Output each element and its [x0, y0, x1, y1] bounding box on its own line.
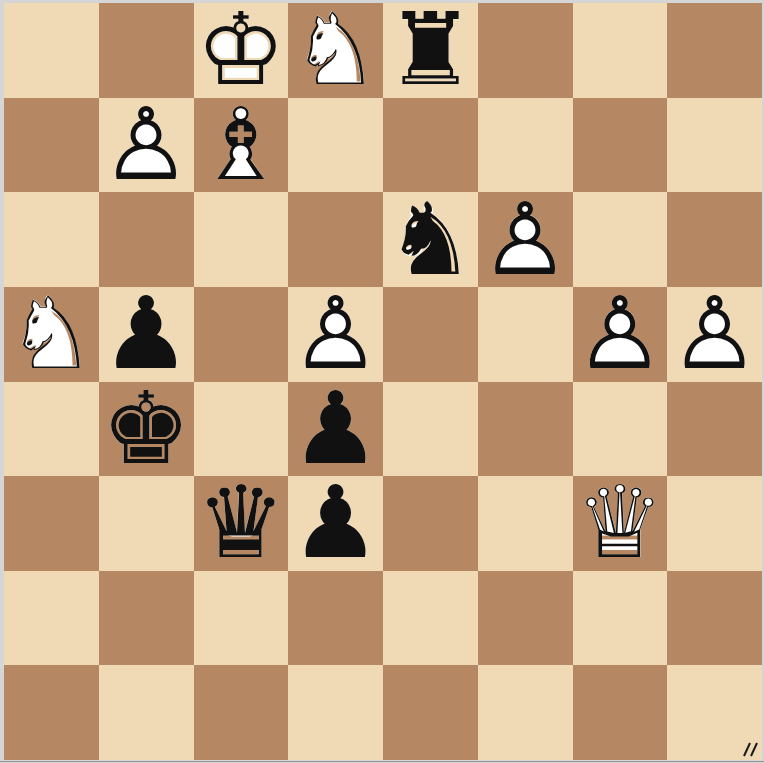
square-a3[interactable] — [4, 476, 99, 571]
square-g8[interactable] — [573, 3, 668, 98]
square-d1[interactable] — [288, 665, 383, 760]
black-rook[interactable]: ♖♜ — [383, 3, 478, 98]
square-f8[interactable] — [478, 3, 573, 98]
square-h4[interactable] — [667, 382, 762, 477]
black-knight[interactable]: ♘♞ — [383, 192, 478, 287]
black-pawn[interactable]: ♙♟ — [99, 287, 194, 382]
square-c3[interactable]: ♕♛ — [194, 476, 289, 571]
white-queen[interactable]: ♛♕ — [573, 476, 668, 571]
square-g1[interactable] — [573, 665, 668, 760]
piece-glyph-outline: ♟ — [288, 476, 383, 571]
piece-glyph-fill: ♙ — [99, 287, 194, 382]
white-pawn[interactable]: ♟♙ — [667, 287, 762, 382]
piece-glyph-fill: ♞ — [288, 3, 383, 98]
square-f1[interactable] — [478, 665, 573, 760]
piece-glyph-outline: ♔ — [194, 3, 289, 98]
piece-glyph-fill: ♙ — [288, 382, 383, 477]
piece-glyph-fill: ♟ — [573, 287, 668, 382]
square-b8[interactable] — [99, 3, 194, 98]
square-b2[interactable] — [99, 571, 194, 666]
piece-glyph-fill: ♚ — [194, 3, 289, 98]
piece-glyph-outline: ♘ — [4, 287, 99, 382]
black-queen[interactable]: ♕♛ — [194, 476, 289, 571]
square-f5[interactable] — [478, 287, 573, 382]
square-c6[interactable] — [194, 192, 289, 287]
piece-glyph-fill: ♘ — [383, 192, 478, 287]
white-king[interactable]: ♚♔ — [194, 3, 289, 98]
square-b6[interactable] — [99, 192, 194, 287]
square-g2[interactable] — [573, 571, 668, 666]
square-f6[interactable]: ♟♙ — [478, 192, 573, 287]
square-c4[interactable] — [194, 382, 289, 477]
piece-glyph-outline: ♘ — [288, 3, 383, 98]
black-pawn[interactable]: ♙♟ — [288, 476, 383, 571]
white-pawn[interactable]: ♟♙ — [99, 98, 194, 193]
piece-glyph-outline: ♙ — [288, 287, 383, 382]
square-e2[interactable] — [383, 571, 478, 666]
square-b3[interactable] — [99, 476, 194, 571]
piece-glyph-fill: ♟ — [478, 192, 573, 287]
square-c8[interactable]: ♚♔ — [194, 3, 289, 98]
square-f4[interactable] — [478, 382, 573, 477]
square-b1[interactable] — [99, 665, 194, 760]
square-c5[interactable] — [194, 287, 289, 382]
square-d2[interactable] — [288, 571, 383, 666]
piece-glyph-outline: ♛ — [194, 476, 289, 571]
piece-glyph-outline: ♟ — [99, 287, 194, 382]
piece-glyph-outline: ♙ — [99, 98, 194, 193]
piece-glyph-fill: ♟ — [288, 287, 383, 382]
square-d8[interactable]: ♞♘ — [288, 3, 383, 98]
piece-glyph-fill: ♖ — [383, 3, 478, 98]
square-h8[interactable] — [667, 3, 762, 98]
square-f7[interactable] — [478, 98, 573, 193]
square-h6[interactable] — [667, 192, 762, 287]
square-h7[interactable] — [667, 98, 762, 193]
white-knight[interactable]: ♞♘ — [288, 3, 383, 98]
white-pawn[interactable]: ♟♙ — [288, 287, 383, 382]
square-e5[interactable] — [383, 287, 478, 382]
piece-glyph-outline: ♙ — [573, 287, 668, 382]
square-c1[interactable] — [194, 665, 289, 760]
square-h3[interactable] — [667, 476, 762, 571]
square-a5[interactable]: ♞♘ — [4, 287, 99, 382]
square-a1[interactable] — [4, 665, 99, 760]
square-d4[interactable]: ♙♟ — [288, 382, 383, 477]
black-king[interactable]: ♔♚ — [99, 382, 194, 477]
black-pawn[interactable]: ♙♟ — [288, 382, 383, 477]
square-a8[interactable] — [4, 3, 99, 98]
square-g7[interactable] — [573, 98, 668, 193]
square-a2[interactable] — [4, 571, 99, 666]
piece-glyph-outline: ♜ — [383, 3, 478, 98]
white-pawn[interactable]: ♟♙ — [573, 287, 668, 382]
square-a6[interactable] — [4, 192, 99, 287]
piece-glyph-fill: ♙ — [288, 476, 383, 571]
square-b7[interactable]: ♟♙ — [99, 98, 194, 193]
white-bishop[interactable]: ♝♗ — [194, 98, 289, 193]
square-e4[interactable] — [383, 382, 478, 477]
square-d6[interactable] — [288, 192, 383, 287]
square-g6[interactable] — [573, 192, 668, 287]
piece-glyph-outline: ♙ — [478, 192, 573, 287]
square-d7[interactable] — [288, 98, 383, 193]
piece-glyph-fill: ♞ — [4, 287, 99, 382]
square-e7[interactable] — [383, 98, 478, 193]
square-b4[interactable]: ♔♚ — [99, 382, 194, 477]
square-c7[interactable]: ♝♗ — [194, 98, 289, 193]
piece-glyph-fill: ♛ — [573, 476, 668, 571]
piece-glyph-fill: ♕ — [194, 476, 289, 571]
piece-glyph-fill: ♟ — [99, 98, 194, 193]
square-b5[interactable]: ♙♟ — [99, 287, 194, 382]
square-e8[interactable]: ♖♜ — [383, 3, 478, 98]
resize-grip-icon[interactable] — [741, 739, 761, 759]
piece-glyph-outline: ♚ — [99, 382, 194, 477]
square-d3[interactable]: ♙♟ — [288, 476, 383, 571]
square-h5[interactable]: ♟♙ — [667, 287, 762, 382]
white-knight[interactable]: ♞♘ — [4, 287, 99, 382]
chess-board: ♚♔♞♘♖♜♟♙♝♗♘♞♟♙♞♘♙♟♟♙♟♙♟♙♔♚♙♟♕♛♙♟♛♕ — [4, 3, 762, 760]
square-g4[interactable] — [573, 382, 668, 477]
piece-glyph-fill: ♔ — [99, 382, 194, 477]
square-c2[interactable] — [194, 571, 289, 666]
square-a4[interactable] — [4, 382, 99, 477]
piece-glyph-fill: ♝ — [194, 98, 289, 193]
piece-glyph-outline: ♕ — [573, 476, 668, 571]
piece-glyph-outline: ♟ — [288, 382, 383, 477]
square-e1[interactable] — [383, 665, 478, 760]
piece-glyph-outline: ♞ — [383, 192, 478, 287]
square-f3[interactable] — [478, 476, 573, 571]
piece-glyph-outline: ♗ — [194, 98, 289, 193]
piece-glyph-outline: ♙ — [667, 287, 762, 382]
board-window: ♚♔♞♘♖♜♟♙♝♗♘♞♟♙♞♘♙♟♟♙♟♙♟♙♔♚♙♟♕♛♙♟♛♕ — [0, 0, 764, 763]
square-g3[interactable]: ♛♕ — [573, 476, 668, 571]
white-pawn[interactable]: ♟♙ — [478, 192, 573, 287]
square-e3[interactable] — [383, 476, 478, 571]
piece-glyph-fill: ♟ — [667, 287, 762, 382]
square-e6[interactable]: ♘♞ — [383, 192, 478, 287]
square-a7[interactable] — [4, 98, 99, 193]
square-f2[interactable] — [478, 571, 573, 666]
square-h2[interactable] — [667, 571, 762, 666]
square-d5[interactable]: ♟♙ — [288, 287, 383, 382]
square-g5[interactable]: ♟♙ — [573, 287, 668, 382]
